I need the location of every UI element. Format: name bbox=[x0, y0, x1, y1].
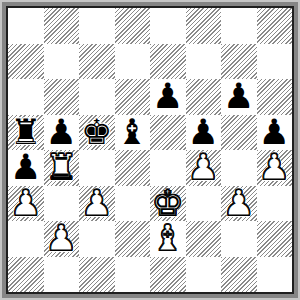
square-d6[interactable] bbox=[115, 79, 151, 115]
black-bishop[interactable]: ♝ bbox=[115, 115, 151, 151]
square-b8[interactable] bbox=[44, 8, 80, 44]
square-a4[interactable]: ♟ bbox=[8, 150, 44, 186]
square-h1[interactable] bbox=[257, 257, 293, 293]
square-g2[interactable] bbox=[221, 221, 257, 257]
square-g8[interactable] bbox=[221, 8, 257, 44]
square-f7[interactable] bbox=[186, 44, 222, 80]
square-e5[interactable] bbox=[150, 115, 186, 151]
black-rook[interactable]: ♜ bbox=[8, 115, 44, 151]
square-d4[interactable] bbox=[115, 150, 151, 186]
square-c3[interactable]: ♟ bbox=[79, 186, 115, 222]
square-e6[interactable]: ♟ bbox=[150, 79, 186, 115]
black-pawn[interactable]: ♟ bbox=[8, 150, 44, 186]
square-f8[interactable] bbox=[186, 8, 222, 44]
square-f2[interactable] bbox=[186, 221, 222, 257]
white-pawn[interactable]: ♟ bbox=[221, 186, 257, 222]
square-b5[interactable]: ♟ bbox=[44, 115, 80, 151]
square-e2[interactable]: ♝ bbox=[150, 221, 186, 257]
square-g1[interactable] bbox=[221, 257, 257, 293]
square-a8[interactable] bbox=[8, 8, 44, 44]
square-c2[interactable] bbox=[79, 221, 115, 257]
square-h8[interactable] bbox=[257, 8, 293, 44]
black-king[interactable]: ♚ bbox=[79, 115, 115, 151]
square-c4[interactable] bbox=[79, 150, 115, 186]
square-f4[interactable]: ♟ bbox=[186, 150, 222, 186]
square-b7[interactable] bbox=[44, 44, 80, 80]
square-h6[interactable] bbox=[257, 79, 293, 115]
square-c7[interactable] bbox=[79, 44, 115, 80]
black-pawn[interactable]: ♟ bbox=[257, 115, 293, 151]
square-h3[interactable] bbox=[257, 186, 293, 222]
square-f6[interactable] bbox=[186, 79, 222, 115]
square-a5[interactable]: ♜ bbox=[8, 115, 44, 151]
square-a7[interactable] bbox=[8, 44, 44, 80]
square-a3[interactable]: ♟ bbox=[8, 186, 44, 222]
white-pawn[interactable]: ♟ bbox=[257, 150, 293, 186]
square-d8[interactable] bbox=[115, 8, 151, 44]
square-b1[interactable] bbox=[44, 257, 80, 293]
square-g7[interactable] bbox=[221, 44, 257, 80]
square-d2[interactable] bbox=[115, 221, 151, 257]
black-pawn[interactable]: ♟ bbox=[150, 79, 186, 115]
board-frame-inner-line: ♟♟♜♟♚♝♟♟♟♜♟♟♟♟♚♟♟♝ bbox=[6, 6, 294, 294]
white-pawn[interactable]: ♟ bbox=[8, 186, 44, 222]
chess-board: ♟♟♜♟♚♝♟♟♟♜♟♟♟♟♚♟♟♝ bbox=[8, 8, 292, 292]
square-a2[interactable] bbox=[8, 221, 44, 257]
square-a1[interactable] bbox=[8, 257, 44, 293]
square-h4[interactable]: ♟ bbox=[257, 150, 293, 186]
white-pawn[interactable]: ♟ bbox=[186, 150, 222, 186]
square-b3[interactable] bbox=[44, 186, 80, 222]
black-pawn[interactable]: ♟ bbox=[221, 79, 257, 115]
square-b4[interactable]: ♜ bbox=[44, 150, 80, 186]
square-e7[interactable] bbox=[150, 44, 186, 80]
square-c5[interactable]: ♚ bbox=[79, 115, 115, 151]
square-c6[interactable] bbox=[79, 79, 115, 115]
black-pawn[interactable]: ♟ bbox=[186, 115, 222, 151]
board-frame-bevel: ♟♟♜♟♚♝♟♟♟♜♟♟♟♟♚♟♟♝ bbox=[2, 2, 298, 298]
square-d5[interactable]: ♝ bbox=[115, 115, 151, 151]
white-bishop[interactable]: ♝ bbox=[150, 221, 186, 257]
white-pawn[interactable]: ♟ bbox=[79, 186, 115, 222]
white-rook[interactable]: ♜ bbox=[44, 150, 80, 186]
square-g5[interactable] bbox=[221, 115, 257, 151]
square-d1[interactable] bbox=[115, 257, 151, 293]
square-h5[interactable]: ♟ bbox=[257, 115, 293, 151]
square-e1[interactable] bbox=[150, 257, 186, 293]
square-g3[interactable]: ♟ bbox=[221, 186, 257, 222]
square-g6[interactable]: ♟ bbox=[221, 79, 257, 115]
square-c8[interactable] bbox=[79, 8, 115, 44]
square-a6[interactable] bbox=[8, 79, 44, 115]
square-g4[interactable] bbox=[221, 150, 257, 186]
square-c1[interactable] bbox=[79, 257, 115, 293]
square-e4[interactable] bbox=[150, 150, 186, 186]
white-king[interactable]: ♚ bbox=[150, 186, 186, 222]
square-b2[interactable]: ♟ bbox=[44, 221, 80, 257]
square-f3[interactable] bbox=[186, 186, 222, 222]
square-d7[interactable] bbox=[115, 44, 151, 80]
black-pawn[interactable]: ♟ bbox=[44, 115, 80, 151]
square-f1[interactable] bbox=[186, 257, 222, 293]
white-pawn[interactable]: ♟ bbox=[44, 221, 80, 257]
square-e3[interactable]: ♚ bbox=[150, 186, 186, 222]
square-b6[interactable] bbox=[44, 79, 80, 115]
square-h2[interactable] bbox=[257, 221, 293, 257]
square-h7[interactable] bbox=[257, 44, 293, 80]
square-e8[interactable] bbox=[150, 8, 186, 44]
board-frame: ♟♟♜♟♚♝♟♟♟♜♟♟♟♟♚♟♟♝ bbox=[0, 0, 300, 300]
square-f5[interactable]: ♟ bbox=[186, 115, 222, 151]
square-d3[interactable] bbox=[115, 186, 151, 222]
